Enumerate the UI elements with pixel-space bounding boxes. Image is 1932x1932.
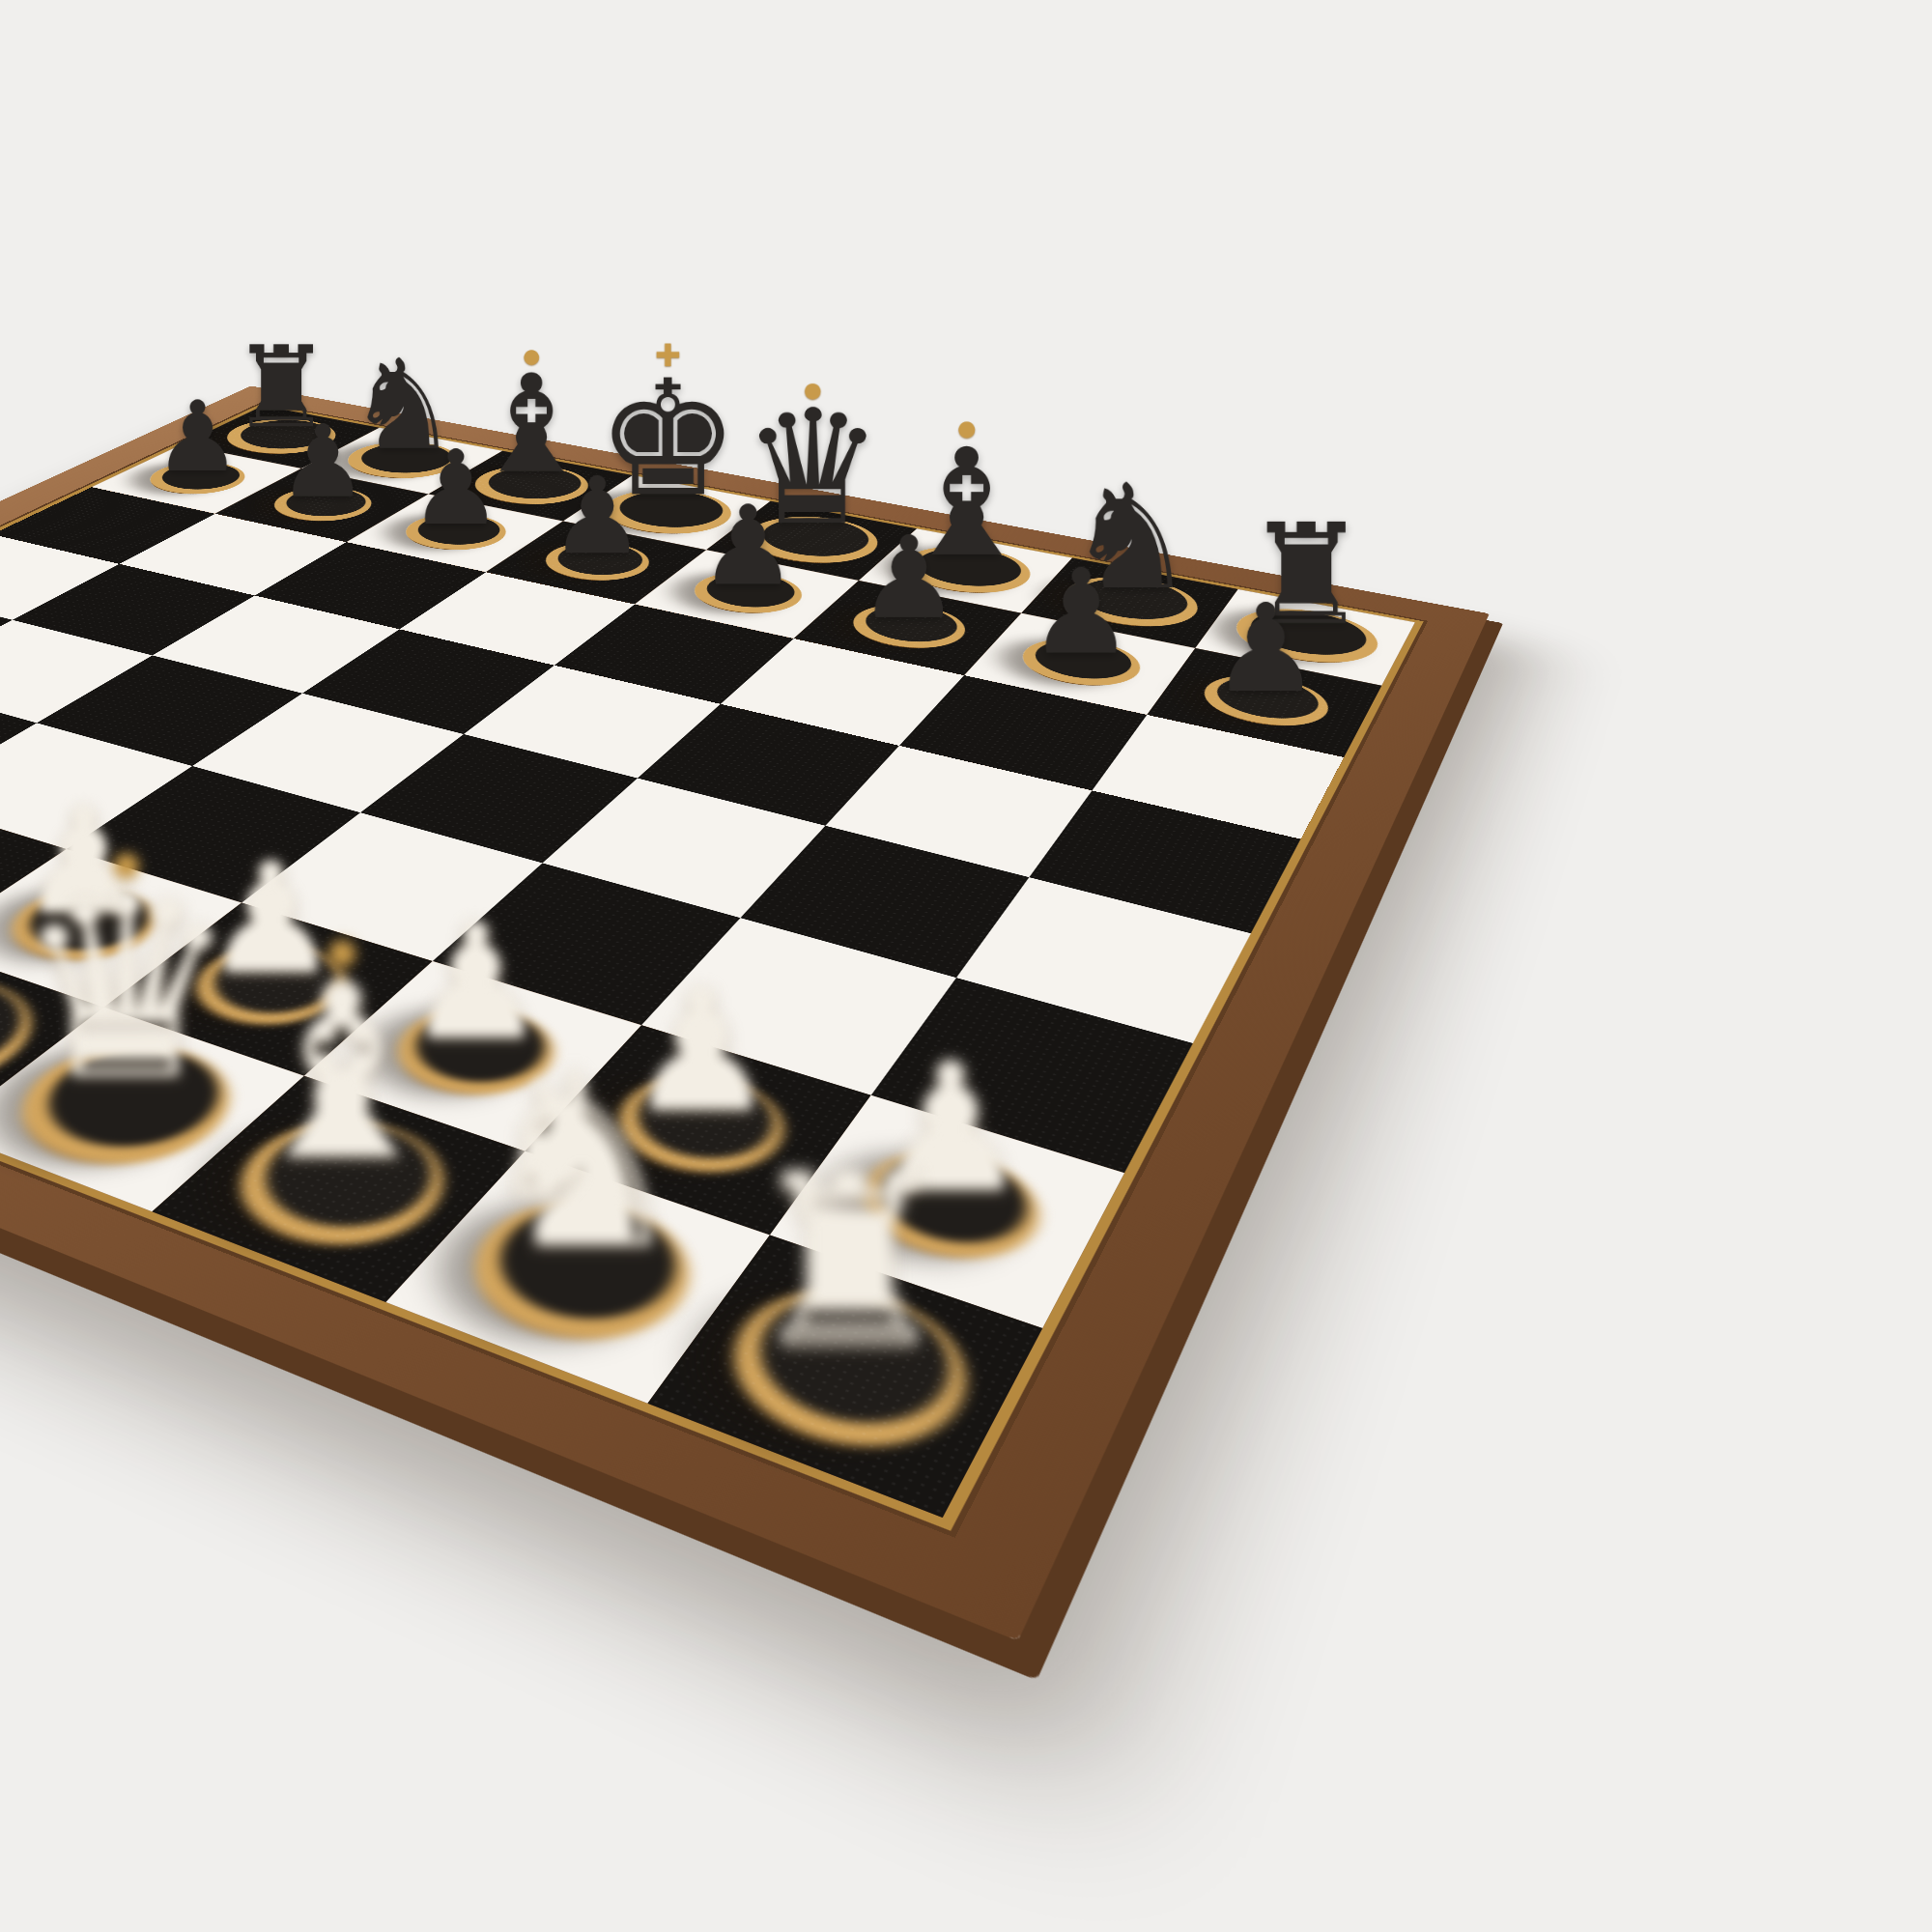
black-pawn-glyph: ♟ [858, 521, 959, 635]
white-rook-glyph: ♜ [743, 1142, 956, 1379]
black-pawn-glyph: ♟ [154, 388, 241, 486]
gold-cross-finial-icon: ✚ [655, 340, 681, 371]
black-pawn-glyph: ♟ [1211, 587, 1321, 709]
walnut-board-frame: ♜♞♝●♚✚♛●♝●♞♜♟♟♟♟♟♟♟♟♟♟♟♟♟♟♟♟♜♞♝●♚✚♛●♝●♞♜ [0, 385, 1490, 1640]
black-pawn-glyph: ♟ [550, 463, 645, 569]
black-pawn-glyph: ♟ [1029, 554, 1134, 671]
white-bishop-glyph: ♝ [234, 952, 451, 1194]
board-squares: ♜♞♝●♚✚♛●♝●♞♜♟♟♟♟♟♟♟♟♟♟♟♟♟♟♟♟♜♞♝●♚✚♛●♝●♞♜ [0, 406, 1415, 1518]
black-pawn-glyph: ♟ [698, 491, 797, 601]
black-pawn-glyph: ♟ [410, 437, 502, 540]
white-queen-glyph: ♛ [13, 862, 240, 1116]
chess-photo-scene: ♜♞♝●♚✚♛●♝●♞♜♟♟♟♟♟♟♟♟♟♟♟♟♟♟♟♟♜♞♝●♚✚♛●♝●♞♜ [0, 0, 1932, 1932]
black-pawn-glyph: ♟ [278, 412, 368, 512]
white-knight-glyph: ♞ [473, 1040, 690, 1282]
gold-ball-finial-icon: ● [327, 933, 357, 968]
gold-ball-finial-icon: ● [112, 846, 141, 879]
gold-ball-finial-icon: ● [957, 417, 976, 439]
gold-ball-finial-icon: ● [804, 380, 822, 401]
gold-ball-finial-icon: ● [523, 346, 540, 365]
